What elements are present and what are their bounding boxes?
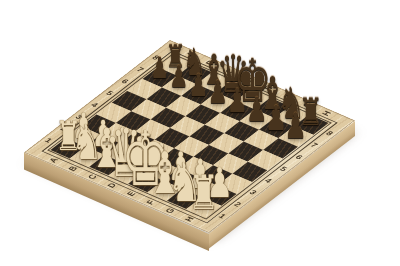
black-pawn-a7[interactable]: ♟ [149, 54, 170, 83]
chess-set-photo: AA11BB22CC33DD44EE55FF66GG77HH88 ♜♞♝♛♚♝♞… [0, 0, 400, 266]
black-pawn-h7[interactable]: ♟ [283, 108, 308, 143]
pieces-layer: ♜♞♝♛♚♝♞♜♟♟♟♟♟♟♟♟♟♟♟♟♟♟♟♟♜♞♝♛♚♝♞♜ [0, 0, 400, 266]
white-rook-h1[interactable]: ♜ [187, 169, 221, 216]
